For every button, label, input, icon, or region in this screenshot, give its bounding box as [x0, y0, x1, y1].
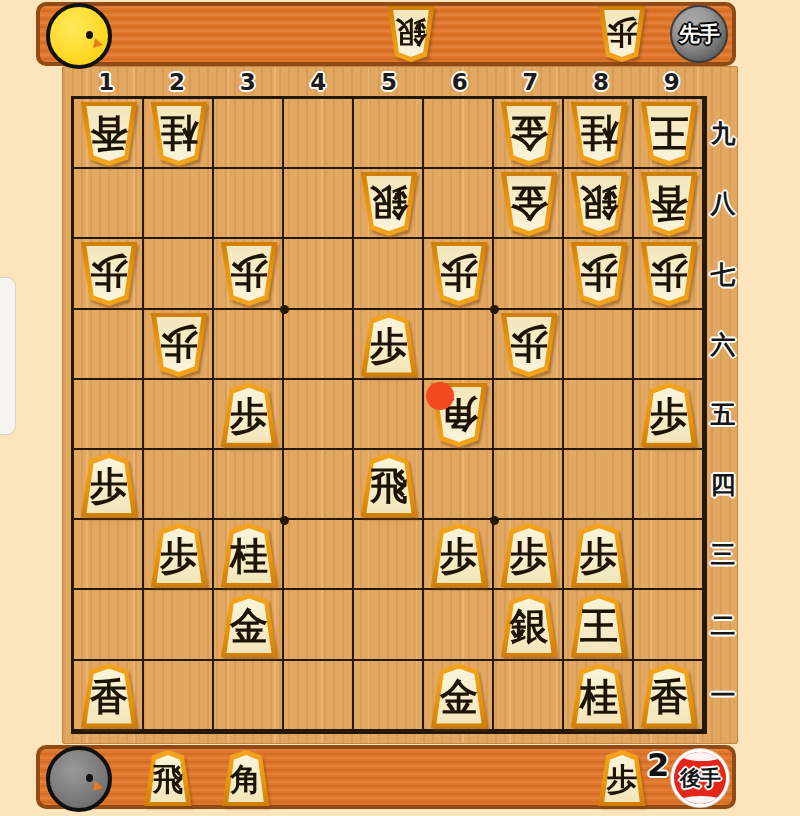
square-3六[interactable] — [214, 310, 284, 380]
koma-glyph-silver: 銀 — [499, 593, 559, 657]
rank-label-1: 九 — [708, 119, 738, 149]
chick-eye — [86, 31, 93, 39]
koma-glyph-pawn: 歩 — [429, 523, 489, 587]
square-7五[interactable] — [494, 380, 564, 450]
square-4六[interactable] — [284, 310, 354, 380]
piece-pawn-2三[interactable]: 歩 — [149, 523, 209, 587]
chick-beak — [93, 38, 104, 50]
chick-beak — [93, 781, 104, 793]
square-4二[interactable] — [284, 590, 354, 660]
square-6四[interactable] — [424, 450, 494, 520]
square-8五[interactable] — [564, 380, 634, 450]
koma-glyph-gold: 金 — [499, 172, 559, 236]
square-8四[interactable] — [564, 450, 634, 520]
square-9六[interactable] — [634, 310, 704, 380]
piece-king-9九[interactable]: 王 — [639, 102, 699, 166]
square-2四[interactable] — [144, 450, 214, 520]
top-hand-piece-silver[interactable]: 銀 — [386, 6, 436, 62]
piece-lance-1一[interactable]: 香 — [79, 664, 139, 728]
piece-pawn-3五[interactable]: 歩 — [219, 383, 279, 447]
piece-pawn-9五[interactable]: 歩 — [639, 383, 699, 447]
piece-pawn-8七[interactable]: 歩 — [569, 242, 629, 306]
file-label-6: 6 — [440, 68, 480, 96]
piece-rook-5四[interactable]: 飛 — [359, 453, 419, 517]
piece-lance-9一[interactable]: 香 — [639, 664, 699, 728]
square-9四[interactable] — [634, 450, 704, 520]
top-player-avatar-chick[interactable] — [46, 3, 112, 69]
koma-glyph-knight: 桂 — [219, 523, 279, 587]
piece-pawn-7三[interactable]: 歩 — [499, 523, 559, 587]
square-6九[interactable] — [424, 99, 494, 169]
square-1八[interactable] — [74, 169, 144, 239]
koma-glyph-lance: 香 — [79, 664, 139, 728]
koma-glyph-gold: 金 — [499, 102, 559, 166]
top-hand-piece-pawn[interactable]: 歩 — [597, 6, 647, 62]
file-label-9: 9 — [652, 68, 692, 96]
piece-gold-7九[interactable]: 金 — [499, 102, 559, 166]
square-3四[interactable] — [214, 450, 284, 520]
piece-knight-8一[interactable]: 桂 — [569, 664, 629, 728]
rank-label-3: 七 — [708, 260, 738, 290]
rank-label-4: 六 — [708, 330, 738, 360]
square-8六[interactable] — [564, 310, 634, 380]
square-2八[interactable] — [144, 169, 214, 239]
square-5五[interactable] — [354, 380, 424, 450]
square-4九[interactable] — [284, 99, 354, 169]
koma-glyph-pawn: 歩 — [499, 523, 559, 587]
rank-label-8: 二 — [708, 611, 738, 641]
piece-knight-2九[interactable]: 桂 — [149, 102, 209, 166]
piece-pawn-1四[interactable]: 歩 — [79, 453, 139, 517]
koma-glyph-pawn: 歩 — [569, 523, 629, 587]
file-label-8: 8 — [581, 68, 621, 96]
rank-label-6: 四 — [708, 470, 738, 500]
rank-label-5: 五 — [708, 400, 738, 430]
koma-glyph-gold: 金 — [219, 593, 279, 657]
square-9二[interactable] — [634, 590, 704, 660]
file-label-4: 4 — [298, 68, 338, 96]
square-7一[interactable] — [494, 661, 564, 731]
file-label-3: 3 — [228, 68, 268, 96]
koma-glyph-king: 王 — [639, 102, 699, 166]
bottom-hand-piece-rook[interactable]: 飛 — [143, 750, 193, 806]
koma-glyph-lance: 香 — [79, 102, 139, 166]
koma-glyph-pawn: 歩 — [359, 313, 419, 377]
piece-king-8二[interactable]: 王 — [569, 593, 629, 657]
koma-glyph-pawn: 歩 — [639, 383, 699, 447]
koma-glyph-pawn: 歩 — [219, 242, 279, 306]
square-4八[interactable] — [284, 169, 354, 239]
bottom-hand-piece-bishop[interactable]: 角 — [221, 750, 271, 806]
koma-glyph-pawn: 歩 — [597, 750, 647, 806]
square-4三[interactable] — [284, 520, 354, 590]
square-5三[interactable] — [354, 520, 424, 590]
koma-glyph-pawn: 歩 — [219, 383, 279, 447]
star-point — [280, 516, 289, 525]
koma-glyph-silver: 銀 — [386, 6, 436, 62]
koma-glyph-pawn: 歩 — [429, 242, 489, 306]
square-7七[interactable] — [494, 239, 564, 309]
piece-pawn-6七[interactable]: 歩 — [429, 242, 489, 306]
koma-glyph-rook: 飛 — [359, 453, 419, 517]
piece-pawn-7六[interactable]: 歩 — [499, 313, 559, 377]
koma-glyph-pawn: 歩 — [569, 242, 629, 306]
koma-glyph-lance: 香 — [639, 664, 699, 728]
square-3八[interactable] — [214, 169, 284, 239]
koma-glyph-gold: 金 — [429, 664, 489, 728]
file-label-1: 1 — [86, 68, 126, 96]
piece-pawn-3七[interactable]: 歩 — [219, 242, 279, 306]
gote-player-badge: 後手 — [671, 749, 729, 807]
square-4七[interactable] — [284, 239, 354, 309]
piece-pawn-8三[interactable]: 歩 — [569, 523, 629, 587]
bottom-hand-piece-pawn[interactable]: 歩 — [597, 750, 647, 806]
koma-glyph-pawn: 歩 — [639, 242, 699, 306]
koma-glyph-pawn: 歩 — [597, 6, 647, 62]
piece-pawn-6三[interactable]: 歩 — [429, 523, 489, 587]
koma-glyph-pawn: 歩 — [149, 523, 209, 587]
square-7四[interactable] — [494, 450, 564, 520]
koma-glyph-knight: 桂 — [569, 664, 629, 728]
koma-glyph-pawn: 歩 — [79, 453, 139, 517]
koma-glyph-knight: 桂 — [569, 102, 629, 166]
koma-glyph-pawn: 歩 — [149, 313, 209, 377]
piece-knight-8九[interactable]: 桂 — [569, 102, 629, 166]
square-5七[interactable] — [354, 239, 424, 309]
rank-label-2: 八 — [708, 189, 738, 219]
square-2二[interactable] — [144, 590, 214, 660]
square-4一[interactable] — [284, 661, 354, 731]
piece-knight-3三[interactable]: 桂 — [219, 523, 279, 587]
square-5九[interactable] — [354, 99, 424, 169]
koma-glyph-bishop: 角 — [221, 750, 271, 806]
koma-glyph-silver: 銀 — [569, 172, 629, 236]
piece-pawn-1七[interactable]: 歩 — [79, 242, 139, 306]
last-move-marker — [426, 382, 454, 410]
chick-eye — [86, 774, 93, 782]
square-1二[interactable] — [74, 590, 144, 660]
star-point — [280, 305, 289, 314]
square-3一[interactable] — [214, 661, 284, 731]
piece-silver-7二[interactable]: 銀 — [499, 593, 559, 657]
piece-pawn-5六[interactable]: 歩 — [359, 313, 419, 377]
square-3九[interactable] — [214, 99, 284, 169]
bottom-player-avatar-chick[interactable] — [46, 746, 112, 812]
file-label-5: 5 — [369, 68, 409, 96]
square-1五[interactable] — [74, 380, 144, 450]
square-6六[interactable] — [424, 310, 494, 380]
square-2一[interactable] — [144, 661, 214, 731]
piece-silver-8八[interactable]: 銀 — [569, 172, 629, 236]
koma-glyph-rook: 飛 — [143, 750, 193, 806]
koma-glyph-pawn: 歩 — [79, 242, 139, 306]
shogi-board-grid: 香桂金桂王銀金銀香歩歩歩歩歩歩歩歩歩角歩歩飛歩桂歩歩歩金銀王香金桂香 — [71, 96, 707, 734]
square-4五[interactable] — [284, 380, 354, 450]
piece-pawn-2六[interactable]: 歩 — [149, 313, 209, 377]
rank-label-7: 三 — [708, 540, 738, 570]
square-6八[interactable] — [424, 169, 494, 239]
piece-gold-6一[interactable]: 金 — [429, 664, 489, 728]
koma-glyph-king: 王 — [569, 593, 629, 657]
file-label-7: 7 — [510, 68, 550, 96]
side-drawer-handle[interactable] — [0, 277, 16, 435]
piece-silver-5八[interactable]: 銀 — [359, 172, 419, 236]
piece-pawn-9七[interactable]: 歩 — [639, 242, 699, 306]
square-1三[interactable] — [74, 520, 144, 590]
square-9三[interactable] — [634, 520, 704, 590]
square-4四[interactable] — [284, 450, 354, 520]
square-2五[interactable] — [144, 380, 214, 450]
koma-glyph-knight: 桂 — [149, 102, 209, 166]
rank-label-9: 一 — [708, 681, 738, 711]
square-2七[interactable] — [144, 239, 214, 309]
piece-lance-1九[interactable]: 香 — [79, 102, 139, 166]
square-1六[interactable] — [74, 310, 144, 380]
square-6二[interactable] — [424, 590, 494, 660]
koma-glyph-silver: 銀 — [359, 172, 419, 236]
sente-player-badge: 先手 — [670, 5, 728, 63]
piece-lance-9八[interactable]: 香 — [639, 172, 699, 236]
piece-gold-3二[interactable]: 金 — [219, 593, 279, 657]
star-point — [490, 305, 499, 314]
koma-glyph-pawn: 歩 — [499, 313, 559, 377]
square-5一[interactable] — [354, 661, 424, 731]
piece-gold-7八[interactable]: 金 — [499, 172, 559, 236]
square-5二[interactable] — [354, 590, 424, 660]
koma-glyph-lance: 香 — [639, 172, 699, 236]
star-point — [490, 516, 499, 525]
file-label-2: 2 — [157, 68, 197, 96]
hand-count-pawn: 2 — [647, 746, 669, 784]
